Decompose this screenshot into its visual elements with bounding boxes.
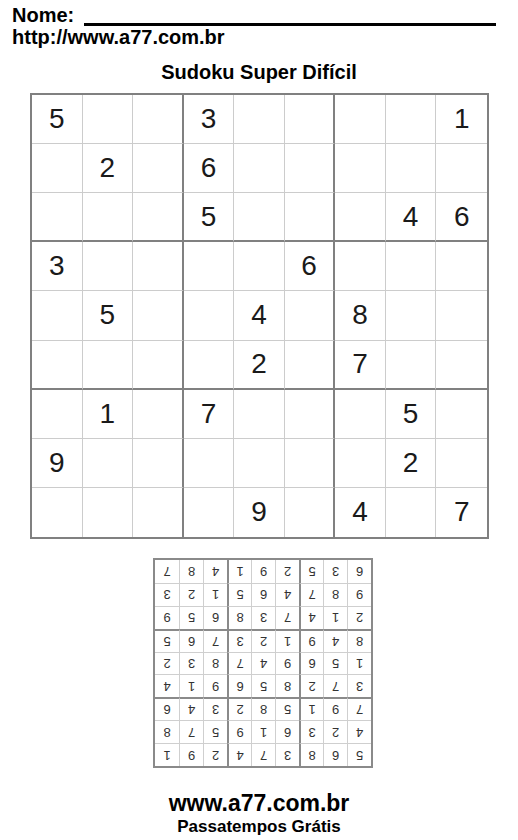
solution-cell-r2c3: 3 xyxy=(299,720,323,743)
puzzle-cell-r5c5[interactable]: 4 xyxy=(234,291,285,340)
puzzle-cell-r6c8[interactable] xyxy=(386,341,437,390)
name-field-row: Nome: xyxy=(12,4,496,26)
puzzle-cell-r4c5[interactable] xyxy=(234,242,285,291)
puzzle-cell-r9c2[interactable] xyxy=(83,488,134,537)
solution-cell-r6c7: 7 xyxy=(203,629,227,652)
solution-cell-r3c5: 8 xyxy=(251,697,275,720)
page-title: Sudoku Super Difícil xyxy=(0,61,518,84)
puzzle-cell-r8c2[interactable] xyxy=(83,439,134,488)
puzzle-cell-r4c2[interactable] xyxy=(83,242,134,291)
solution-cell-r4c3: 2 xyxy=(299,674,323,697)
puzzle-cell-r5c8[interactable] xyxy=(386,291,437,340)
puzzle-cell-r1c3[interactable] xyxy=(133,95,184,144)
puzzle-cell-r3c6[interactable] xyxy=(285,193,336,242)
puzzle-cell-r5c7[interactable]: 8 xyxy=(335,291,386,340)
puzzle-cell-r4c6[interactable]: 6 xyxy=(285,242,336,291)
solution-cell-r6c2: 4 xyxy=(323,629,347,652)
solution-cell-r1c4: 3 xyxy=(275,743,299,766)
solution-cell-r7c1: 2 xyxy=(347,606,371,629)
puzzle-cell-r4c4[interactable] xyxy=(184,242,235,291)
solution-cell-r8c1: 9 xyxy=(347,583,371,606)
puzzle-cell-r4c8[interactable] xyxy=(386,242,437,291)
solution-cell-r2c1: 4 xyxy=(347,720,371,743)
puzzle-cell-r3c3[interactable] xyxy=(133,193,184,242)
solution-cell-r6c8: 6 xyxy=(179,629,203,652)
sudoku-grid: 53126546365482717592947 xyxy=(30,93,489,539)
solution-cell-r4c4: 8 xyxy=(275,674,299,697)
puzzle-cell-r5c2[interactable]: 5 xyxy=(83,291,134,340)
solution-cell-r4c7: 9 xyxy=(203,674,227,697)
puzzle-cell-r6c3[interactable] xyxy=(133,341,184,390)
puzzle-cell-r1c1[interactable]: 5 xyxy=(32,95,83,144)
solution-cell-r5c5: 4 xyxy=(251,652,275,675)
solution-cell-r8c8: 2 xyxy=(179,583,203,606)
puzzle-cell-r9c8[interactable] xyxy=(386,488,437,537)
puzzle-cell-r1c6[interactable] xyxy=(285,95,336,144)
puzzle-cell-r9c5[interactable]: 9 xyxy=(234,488,285,537)
puzzle-cell-r9c7[interactable]: 4 xyxy=(335,488,386,537)
puzzle-cell-r7c9[interactable] xyxy=(436,390,487,439)
solution-cell-r9c7: 4 xyxy=(203,560,227,583)
solution-cell-r4c5: 5 xyxy=(251,674,275,697)
puzzle-cell-r4c3[interactable] xyxy=(133,242,184,291)
puzzle-cell-r2c2[interactable]: 2 xyxy=(83,144,134,193)
solution-cell-r6c6: 3 xyxy=(227,629,251,652)
puzzle-cell-r8c4[interactable] xyxy=(184,439,235,488)
puzzle-cell-r1c4[interactable]: 3 xyxy=(184,95,235,144)
puzzle-cell-r4c7[interactable] xyxy=(335,242,386,291)
puzzle-cell-r7c6[interactable] xyxy=(285,390,336,439)
solution-cell-r2c5: 1 xyxy=(251,720,275,743)
puzzle-cell-r3c1[interactable] xyxy=(32,193,83,242)
puzzle-cell-r1c5[interactable] xyxy=(234,95,285,144)
puzzle-cell-r6c6[interactable] xyxy=(285,341,336,390)
solution-cell-r9c2: 3 xyxy=(323,560,347,583)
footer-tagline: Passatempos Grátis xyxy=(0,817,518,837)
puzzle-cell-r7c7[interactable] xyxy=(335,390,386,439)
solution-grid: 5683742914236195787915823463728569141569… xyxy=(153,558,373,768)
solution-cell-r5c6: 7 xyxy=(227,652,251,675)
solution-cell-r3c4: 5 xyxy=(275,697,299,720)
puzzle-cell-r9c6[interactable] xyxy=(285,488,336,537)
solution-cell-r5c8: 3 xyxy=(179,652,203,675)
puzzle-cell-r8c1[interactable]: 9 xyxy=(32,439,83,488)
solution-cell-r3c6: 2 xyxy=(227,697,251,720)
puzzle-cell-r1c7[interactable] xyxy=(335,95,386,144)
puzzle-cell-r8c7[interactable] xyxy=(335,439,386,488)
puzzle-cell-r7c1[interactable] xyxy=(32,390,83,439)
puzzle-cell-r1c8[interactable] xyxy=(386,95,437,144)
solution-cell-r4c1: 3 xyxy=(347,674,371,697)
puzzle-cell-r5c3[interactable] xyxy=(133,291,184,340)
puzzle-cell-r3c8[interactable]: 4 xyxy=(386,193,437,242)
solution-cell-r9c6: 1 xyxy=(227,560,251,583)
puzzle-cell-r2c5[interactable] xyxy=(234,144,285,193)
puzzle-cell-r2c7[interactable] xyxy=(335,144,386,193)
puzzle-cell-r3c5[interactable] xyxy=(234,193,285,242)
solution-cell-r8c7: 1 xyxy=(203,583,227,606)
solution-cell-r3c2: 9 xyxy=(323,697,347,720)
solution-cell-r2c8: 7 xyxy=(179,720,203,743)
puzzle-cell-r8c6[interactable] xyxy=(285,439,336,488)
puzzle-cell-r5c1[interactable] xyxy=(32,291,83,340)
solution-cell-r8c5: 6 xyxy=(251,583,275,606)
puzzle-cell-r6c1[interactable] xyxy=(32,341,83,390)
puzzle-cell-r1c2[interactable] xyxy=(83,95,134,144)
name-input-line[interactable] xyxy=(84,6,496,26)
puzzle-cell-r5c6[interactable] xyxy=(285,291,336,340)
solution-cell-r6c3: 9 xyxy=(299,629,323,652)
solution-cell-r7c3: 4 xyxy=(299,606,323,629)
solution-cell-r7c8: 5 xyxy=(179,606,203,629)
puzzle-cell-r3c2[interactable] xyxy=(83,193,134,242)
solution-cell-r8c4: 4 xyxy=(275,583,299,606)
puzzle-cell-r4c1[interactable]: 3 xyxy=(32,242,83,291)
solution-cell-r4c8: 1 xyxy=(179,674,203,697)
site-url: http://www.a77.com.br xyxy=(12,26,225,49)
puzzle-cell-r9c4[interactable] xyxy=(184,488,235,537)
solution-cell-r8c6: 5 xyxy=(227,583,251,606)
name-label: Nome: xyxy=(12,4,74,26)
puzzle-cell-r6c4[interactable] xyxy=(184,341,235,390)
solution-cell-r2c7: 5 xyxy=(203,720,227,743)
puzzle-cell-r2c4[interactable]: 6 xyxy=(184,144,235,193)
puzzle-cell-r6c9[interactable] xyxy=(436,341,487,390)
puzzle-cell-r6c7[interactable]: 7 xyxy=(335,341,386,390)
puzzle-cell-r5c4[interactable] xyxy=(184,291,235,340)
solution-cell-r5c7: 8 xyxy=(203,652,227,675)
puzzle-cell-r7c3[interactable] xyxy=(133,390,184,439)
solution-cell-r8c2: 8 xyxy=(323,583,347,606)
puzzle-cell-r7c5[interactable] xyxy=(234,390,285,439)
solution-cell-r1c7: 2 xyxy=(203,743,227,766)
solution-cell-r8c3: 7 xyxy=(299,583,323,606)
solution-cell-r6c1: 8 xyxy=(347,629,371,652)
puzzle-cell-r8c8[interactable]: 2 xyxy=(386,439,437,488)
solution-cell-r9c1: 6 xyxy=(347,560,371,583)
puzzle-cell-r8c3[interactable] xyxy=(133,439,184,488)
puzzle-cell-r7c4[interactable]: 7 xyxy=(184,390,235,439)
solution-cell-r9c4: 2 xyxy=(275,560,299,583)
solution-cell-r2c4: 6 xyxy=(275,720,299,743)
solution-cell-r3c3: 1 xyxy=(299,697,323,720)
solution-cell-r5c1: 1 xyxy=(347,652,371,675)
solution-cell-r5c9: 2 xyxy=(155,652,179,675)
puzzle-cell-r1c9[interactable]: 1 xyxy=(436,95,487,144)
puzzle-cell-r4c9[interactable] xyxy=(436,242,487,291)
solution-cell-r3c9: 6 xyxy=(155,697,179,720)
solution-cell-r7c9: 9 xyxy=(155,606,179,629)
solution-cell-r1c6: 4 xyxy=(227,743,251,766)
solution-cell-r4c9: 4 xyxy=(155,674,179,697)
solution-cell-r3c1: 7 xyxy=(347,697,371,720)
solution-cell-r3c8: 4 xyxy=(179,697,203,720)
puzzle-cell-r3c7[interactable] xyxy=(335,193,386,242)
solution-cell-r7c5: 3 xyxy=(251,606,275,629)
puzzle-cell-r6c2[interactable] xyxy=(83,341,134,390)
puzzle-cell-r5c9[interactable] xyxy=(436,291,487,340)
solution-cell-r2c9: 8 xyxy=(155,720,179,743)
solution-cell-r6c5: 2 xyxy=(251,629,275,652)
puzzle-cell-r3c9[interactable]: 6 xyxy=(436,193,487,242)
solution-cell-r1c5: 7 xyxy=(251,743,275,766)
solution-cell-r1c9: 1 xyxy=(155,743,179,766)
puzzle-cell-r7c2[interactable]: 1 xyxy=(83,390,134,439)
solution-cell-r7c2: 1 xyxy=(323,606,347,629)
puzzle-cell-r9c1[interactable] xyxy=(32,488,83,537)
solution-cell-r1c1: 5 xyxy=(347,743,371,766)
solution-cell-r7c6: 8 xyxy=(227,606,251,629)
puzzle-cell-r6c5[interactable]: 2 xyxy=(234,341,285,390)
solution-cell-r3c7: 3 xyxy=(203,697,227,720)
puzzle-cell-r8c9[interactable] xyxy=(436,439,487,488)
puzzle-cell-r9c9[interactable]: 7 xyxy=(436,488,487,537)
solution-cell-r2c6: 9 xyxy=(227,720,251,743)
solution-cell-r1c2: 6 xyxy=(323,743,347,766)
solution-cell-r1c3: 8 xyxy=(299,743,323,766)
solution-cell-r9c3: 5 xyxy=(299,560,323,583)
puzzle-cell-r2c8[interactable] xyxy=(386,144,437,193)
solution-cell-r6c4: 1 xyxy=(275,629,299,652)
solution-cell-r7c7: 6 xyxy=(203,606,227,629)
solution-cell-r6c9: 5 xyxy=(155,629,179,652)
puzzle-cell-r2c3[interactable] xyxy=(133,144,184,193)
puzzle-cell-r7c8[interactable]: 5 xyxy=(386,390,437,439)
solution-cell-r7c4: 7 xyxy=(275,606,299,629)
solution-cell-r5c4: 9 xyxy=(275,652,299,675)
solution-cell-r5c3: 6 xyxy=(299,652,323,675)
puzzle-cell-r3c4[interactable]: 5 xyxy=(184,193,235,242)
puzzle-cell-r2c6[interactable] xyxy=(285,144,336,193)
solution-cell-r9c5: 9 xyxy=(251,560,275,583)
solution-cell-r9c9: 7 xyxy=(155,560,179,583)
solution-cell-r8c9: 3 xyxy=(155,583,179,606)
puzzle-cell-r2c9[interactable] xyxy=(436,144,487,193)
solution-cell-r4c6: 6 xyxy=(227,674,251,697)
solution-cell-r9c8: 8 xyxy=(179,560,203,583)
footer-site: www.a77.com.br xyxy=(0,790,518,817)
solution-cell-r4c2: 7 xyxy=(323,674,347,697)
solution-cell-r2c2: 2 xyxy=(323,720,347,743)
solution-cell-r5c2: 5 xyxy=(323,652,347,675)
puzzle-cell-r8c5[interactable] xyxy=(234,439,285,488)
puzzle-cell-r2c1[interactable] xyxy=(32,144,83,193)
puzzle-cell-r9c3[interactable] xyxy=(133,488,184,537)
solution-cell-r1c8: 9 xyxy=(179,743,203,766)
